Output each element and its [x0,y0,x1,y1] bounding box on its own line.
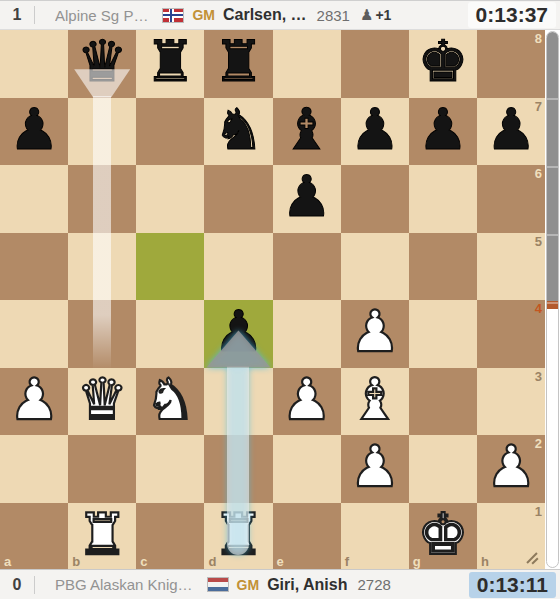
square-c4[interactable] [136,300,204,368]
piece-black-knight[interactable]: ♞ [213,101,264,158]
square-e4[interactable] [273,300,341,368]
square-g4[interactable] [409,300,477,368]
piece-white-pawn[interactable]: ♟ [485,438,536,495]
piece-black-pawn[interactable]: ♟ [9,101,60,158]
piece-black-pawn[interactable]: ♟ [281,168,332,225]
eval-tick-lines [547,32,558,567]
square-d2[interactable] [204,435,272,503]
square-c6[interactable] [136,165,204,233]
square-f1[interactable]: f [341,503,409,571]
square-g5[interactable] [409,233,477,301]
square-b5[interactable] [68,233,136,301]
square-d4[interactable]: ♟ [204,300,272,368]
square-e7[interactable]: ♝ [273,98,341,166]
piece-white-pawn[interactable]: ♟ [281,371,332,428]
bottom-clock: 0:13:11 [469,572,556,598]
top-title: GM [192,7,215,23]
square-a6[interactable] [0,165,68,233]
square-d5[interactable] [204,233,272,301]
evaluation-bar [546,31,559,568]
square-f3[interactable]: ♝ [341,368,409,436]
square-h3[interactable]: 3 [477,368,545,436]
square-e3[interactable]: ♟ [273,368,341,436]
piece-white-pawn[interactable]: ♟ [9,371,60,428]
square-b6[interactable] [68,165,136,233]
norway-flag-icon [162,8,184,23]
piece-black-pawn[interactable]: ♟ [213,303,264,360]
piece-black-pawn[interactable]: ♟ [485,101,536,158]
square-d3[interactable] [204,368,272,436]
square-b2[interactable] [68,435,136,503]
file-label-c: c [140,554,147,569]
square-c5[interactable] [136,233,204,301]
piece-white-king[interactable]: ♚ [417,506,468,563]
square-c2[interactable] [136,435,204,503]
top-player-name: Carlsen, … [223,6,307,24]
square-a3[interactable]: ♟ [0,368,68,436]
piece-white-pawn[interactable]: ♟ [349,303,400,360]
top-rating: 2831 [317,7,350,24]
top-team-name: Alpine Sg P… [55,7,148,24]
square-f5[interactable] [341,233,409,301]
square-d1[interactable]: ♜d [204,503,272,571]
square-g6[interactable] [409,165,477,233]
bottom-title: GM [237,577,260,593]
square-a5[interactable] [0,233,68,301]
square-d7[interactable]: ♞ [204,98,272,166]
file-label-a: a [4,554,11,569]
netherlands-flag-icon [207,577,229,592]
square-f7[interactable]: ♟ [341,98,409,166]
square-e8[interactable] [273,30,341,98]
square-g2[interactable] [409,435,477,503]
rank-label-6: 6 [535,166,542,181]
chess-board[interactable]: ♛♜♜♚8♟♞♝♟♟♟7♟65♟♟4♟♛♞♟♝3♟♟2a♜bc♜def♚g1h [0,30,545,570]
square-c7[interactable] [136,98,204,166]
square-g7[interactable]: ♟ [409,98,477,166]
piece-white-rook[interactable]: ♜ [213,506,264,563]
material-value: +1 [375,7,391,23]
square-b4[interactable] [68,300,136,368]
square-e1[interactable]: e [273,503,341,571]
file-label-e: e [277,554,284,569]
square-f8[interactable] [341,30,409,98]
square-g3[interactable] [409,368,477,436]
piece-white-bishop[interactable]: ♝ [349,371,400,428]
rank-label-8: 8 [535,31,542,46]
piece-black-pawn[interactable]: ♟ [349,101,400,158]
square-g1[interactable]: ♚g [409,503,477,571]
divider [34,6,35,24]
square-a8[interactable] [0,30,68,98]
square-e2[interactable] [273,435,341,503]
square-f2[interactable]: ♟ [341,435,409,503]
square-h2[interactable]: ♟2 [477,435,545,503]
bottom-score: 0 [0,576,34,594]
file-label-h: h [481,554,489,569]
square-a2[interactable] [0,435,68,503]
square-b7[interactable] [68,98,136,166]
piece-black-rook[interactable]: ♜ [145,33,196,90]
piece-black-pawn[interactable]: ♟ [417,101,468,158]
rank-label-4: 4 [535,301,542,316]
square-d8[interactable]: ♜ [204,30,272,98]
square-h6[interactable]: 6 [477,165,545,233]
bottom-rating: 2728 [357,576,390,593]
square-h8[interactable]: 8 [477,30,545,98]
square-c1[interactable]: c [136,503,204,571]
rank-label-5: 5 [535,234,542,249]
square-f6[interactable] [341,165,409,233]
piece-white-rook[interactable]: ♜ [77,506,128,563]
top-player-bar[interactable]: 1 Alpine Sg P… GM Carlsen, … 2831 ♟ +1 0… [0,0,560,30]
chess-broadcast-app: 1 Alpine Sg P… GM Carlsen, … 2831 ♟ +1 0… [0,0,560,600]
bottom-player-bar[interactable]: 0 PBG Alaskan Knig… GM Giri, Anish 2728 … [0,569,560,599]
square-a7[interactable]: ♟ [0,98,68,166]
square-h4[interactable]: 4 [477,300,545,368]
piece-black-queen[interactable]: ♛ [77,33,128,90]
file-label-f: f [345,554,349,569]
bottom-player-name: Giri, Anish [267,576,347,594]
square-g8[interactable]: ♚ [409,30,477,98]
piece-black-bishop[interactable]: ♝ [281,101,332,158]
piece-white-queen[interactable]: ♛ [77,371,128,428]
square-e6[interactable]: ♟ [273,165,341,233]
square-c8[interactable]: ♜ [136,30,204,98]
piece-white-knight[interactable]: ♞ [145,371,196,428]
resize-grip-icon[interactable] [524,549,540,565]
square-b8[interactable]: ♛ [68,30,136,98]
square-h5[interactable]: 5 [477,233,545,301]
square-a1[interactable]: a [0,503,68,571]
bottom-team-name: PBG Alaskan Knig… [55,576,193,593]
piece-black-king[interactable]: ♚ [417,33,468,90]
top-material-count: ♟ +1 [360,6,391,24]
square-a4[interactable] [0,300,68,368]
square-b1[interactable]: ♜b [68,503,136,571]
pawn-icon: ♟ [360,6,373,24]
piece-white-pawn[interactable]: ♟ [349,438,400,495]
square-b3[interactable]: ♛ [68,368,136,436]
square-e5[interactable] [273,233,341,301]
rank-label-1: 1 [535,504,542,519]
square-d6[interactable] [204,165,272,233]
top-score: 1 [0,6,34,24]
square-h7[interactable]: ♟7 [477,98,545,166]
square-f4[interactable]: ♟ [341,300,409,368]
square-c3[interactable]: ♞ [136,368,204,436]
top-clock: 0:13:37 [468,2,556,28]
piece-black-rook[interactable]: ♜ [213,33,264,90]
rank-label-3: 3 [535,369,542,384]
divider [34,576,35,594]
